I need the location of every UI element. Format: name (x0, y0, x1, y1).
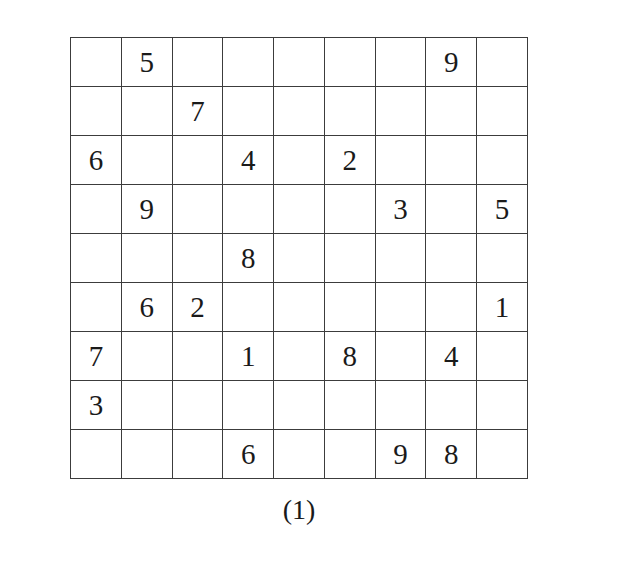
cell-r4c2[interactable]: 9 (122, 185, 172, 233)
cell-r8c5[interactable] (274, 381, 324, 429)
cell-r3c6[interactable]: 2 (325, 136, 375, 184)
cell-r7c7[interactable] (376, 332, 426, 380)
cell-r1c2[interactable]: 5 (122, 38, 172, 86)
cell-r5c7[interactable] (376, 234, 426, 282)
cell-r4c4[interactable] (223, 185, 273, 233)
cell-r8c9[interactable] (477, 381, 527, 429)
cell-r6c1[interactable] (71, 283, 121, 331)
cell-r1c6[interactable] (325, 38, 375, 86)
cell-r9c8[interactable]: 8 (426, 430, 476, 478)
cell-r2c7[interactable] (376, 87, 426, 135)
cell-r2c4[interactable] (223, 87, 273, 135)
cell-r4c3[interactable] (173, 185, 223, 233)
cell-r7c1[interactable]: 7 (71, 332, 121, 380)
cell-r6c8[interactable] (426, 283, 476, 331)
cell-r4c6[interactable] (325, 185, 375, 233)
cell-r8c7[interactable] (376, 381, 426, 429)
sudoku-board: 597642935862171843698 (70, 37, 528, 479)
figure-caption: (1) (70, 494, 528, 526)
cell-r6c9[interactable]: 1 (477, 283, 527, 331)
cell-r8c3[interactable] (173, 381, 223, 429)
cell-r2c3[interactable]: 7 (173, 87, 223, 135)
cell-r9c6[interactable] (325, 430, 375, 478)
cell-r7c9[interactable] (477, 332, 527, 380)
cell-r8c2[interactable] (122, 381, 172, 429)
cell-r7c6[interactable]: 8 (325, 332, 375, 380)
cell-r3c1[interactable]: 6 (71, 136, 121, 184)
cell-r6c3[interactable]: 2 (173, 283, 223, 331)
cell-r1c1[interactable] (71, 38, 121, 86)
cell-r1c3[interactable] (173, 38, 223, 86)
cell-r2c5[interactable] (274, 87, 324, 135)
cell-r8c6[interactable] (325, 381, 375, 429)
cell-r3c5[interactable] (274, 136, 324, 184)
cell-r6c6[interactable] (325, 283, 375, 331)
cell-r2c1[interactable] (71, 87, 121, 135)
cell-r8c1[interactable]: 3 (71, 381, 121, 429)
cell-r4c8[interactable] (426, 185, 476, 233)
cell-r7c5[interactable] (274, 332, 324, 380)
cell-r4c1[interactable] (71, 185, 121, 233)
cell-r3c4[interactable]: 4 (223, 136, 273, 184)
cell-r1c7[interactable] (376, 38, 426, 86)
cell-r2c2[interactable] (122, 87, 172, 135)
cell-r5c1[interactable] (71, 234, 121, 282)
cell-r5c6[interactable] (325, 234, 375, 282)
cell-r5c4[interactable]: 8 (223, 234, 273, 282)
cell-r3c9[interactable] (477, 136, 527, 184)
cell-r9c1[interactable] (71, 430, 121, 478)
cell-r7c8[interactable]: 4 (426, 332, 476, 380)
cell-r1c9[interactable] (477, 38, 527, 86)
cell-r5c3[interactable] (173, 234, 223, 282)
cell-r7c3[interactable] (173, 332, 223, 380)
cell-r4c5[interactable] (274, 185, 324, 233)
cell-r3c3[interactable] (173, 136, 223, 184)
cell-r8c8[interactable] (426, 381, 476, 429)
cell-r1c4[interactable] (223, 38, 273, 86)
cell-r5c9[interactable] (477, 234, 527, 282)
cell-r9c3[interactable] (173, 430, 223, 478)
cell-r6c5[interactable] (274, 283, 324, 331)
cell-r1c8[interactable]: 9 (426, 38, 476, 86)
cell-r9c5[interactable] (274, 430, 324, 478)
cell-r5c8[interactable] (426, 234, 476, 282)
cell-r5c2[interactable] (122, 234, 172, 282)
cell-r9c4[interactable]: 6 (223, 430, 273, 478)
cell-r2c8[interactable] (426, 87, 476, 135)
cell-r4c7[interactable]: 3 (376, 185, 426, 233)
cell-r4c9[interactable]: 5 (477, 185, 527, 233)
cell-r8c4[interactable] (223, 381, 273, 429)
cell-r7c2[interactable] (122, 332, 172, 380)
cell-r6c7[interactable] (376, 283, 426, 331)
cell-r3c8[interactable] (426, 136, 476, 184)
cell-r1c5[interactable] (274, 38, 324, 86)
cell-r2c6[interactable] (325, 87, 375, 135)
cell-r9c2[interactable] (122, 430, 172, 478)
cell-r6c2[interactable]: 6 (122, 283, 172, 331)
cell-r5c5[interactable] (274, 234, 324, 282)
cell-r3c2[interactable] (122, 136, 172, 184)
cell-r7c4[interactable]: 1 (223, 332, 273, 380)
cell-r6c4[interactable] (223, 283, 273, 331)
cell-r3c7[interactable] (376, 136, 426, 184)
cell-r2c9[interactable] (477, 87, 527, 135)
cell-r9c7[interactable]: 9 (376, 430, 426, 478)
cell-r9c9[interactable] (477, 430, 527, 478)
